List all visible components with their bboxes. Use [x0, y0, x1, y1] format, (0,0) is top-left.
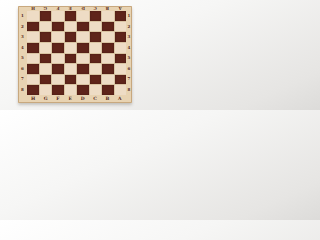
square-c8[interactable]: [90, 85, 102, 95]
square-f7[interactable]: [52, 75, 64, 85]
square-d6[interactable]: [77, 64, 89, 74]
square-d2[interactable]: [77, 22, 89, 32]
square-d7[interactable]: [77, 75, 89, 85]
square-h3[interactable]: [27, 32, 39, 42]
rank-labels-left: 12345678: [18, 11, 27, 95]
square-e5[interactable]: [65, 54, 77, 64]
square-c6[interactable]: [90, 64, 102, 74]
board-grid: [27, 11, 126, 95]
square-d4[interactable]: [77, 43, 89, 53]
rank-label: 2: [126, 22, 132, 33]
rank-label: 1: [18, 11, 27, 22]
square-b1[interactable]: [102, 11, 114, 21]
square-f2[interactable]: [52, 22, 64, 32]
square-g7[interactable]: [40, 75, 52, 85]
rank-label: 8: [126, 85, 132, 96]
square-a4[interactable]: [115, 43, 127, 53]
photo-background: { "game": "chess", "position": { "fen": …: [0, 0, 150, 110]
square-h4[interactable]: [27, 43, 39, 53]
file-label: A: [114, 95, 126, 103]
square-e6[interactable]: [65, 64, 77, 74]
square-b5[interactable]: [102, 54, 114, 64]
rank-label: 7: [126, 74, 132, 85]
square-d3[interactable]: [77, 32, 89, 42]
square-f6[interactable]: [52, 64, 64, 74]
square-c3[interactable]: [90, 32, 102, 42]
square-d8[interactable]: [77, 85, 89, 95]
square-b2[interactable]: [102, 22, 114, 32]
square-c7[interactable]: [90, 75, 102, 85]
file-label: B: [101, 95, 113, 103]
square-g5[interactable]: [40, 54, 52, 64]
square-d5[interactable]: [77, 54, 89, 64]
file-label: G: [39, 95, 51, 103]
square-g3[interactable]: [40, 32, 52, 42]
square-a5[interactable]: [115, 54, 127, 64]
square-b6[interactable]: [102, 64, 114, 74]
square-h8[interactable]: [27, 85, 39, 95]
square-e1[interactable]: [65, 11, 77, 21]
square-g8[interactable]: [40, 85, 52, 95]
square-c5[interactable]: [90, 54, 102, 64]
square-g1[interactable]: [40, 11, 52, 21]
square-e2[interactable]: [65, 22, 77, 32]
square-c4[interactable]: [90, 43, 102, 53]
square-a6[interactable]: [115, 64, 127, 74]
square-d1[interactable]: [77, 11, 89, 21]
file-label: F: [52, 95, 64, 103]
square-e3[interactable]: [65, 32, 77, 42]
square-g2[interactable]: [40, 22, 52, 32]
square-f4[interactable]: [52, 43, 64, 53]
file-label: C: [89, 95, 101, 103]
rank-label: 8: [18, 85, 27, 96]
square-a7[interactable]: [115, 75, 127, 85]
square-g6[interactable]: [40, 64, 52, 74]
rank-label: 4: [126, 43, 132, 54]
square-b8[interactable]: [102, 85, 114, 95]
rank-label: 3: [18, 32, 27, 43]
file-label: E: [64, 95, 76, 103]
chess-board: HGFEDCBA HGFEDCBA 12345678 12345678: [18, 6, 132, 103]
square-b4[interactable]: [102, 43, 114, 53]
square-a8[interactable]: [115, 85, 127, 95]
square-h5[interactable]: [27, 54, 39, 64]
rank-label: 5: [126, 53, 132, 64]
square-a3[interactable]: [115, 32, 127, 42]
square-h2[interactable]: [27, 22, 39, 32]
square-h6[interactable]: [27, 64, 39, 74]
square-e8[interactable]: [65, 85, 77, 95]
square-f8[interactable]: [52, 85, 64, 95]
square-a1[interactable]: [115, 11, 127, 21]
rank-label: 6: [18, 64, 27, 75]
square-g4[interactable]: [40, 43, 52, 53]
rank-label: 2: [18, 22, 27, 33]
file-labels-bottom: HGFEDCBA: [27, 95, 126, 103]
square-b3[interactable]: [102, 32, 114, 42]
square-f3[interactable]: [52, 32, 64, 42]
rank-label: 7: [18, 74, 27, 85]
square-a2[interactable]: [115, 22, 127, 32]
square-c2[interactable]: [90, 22, 102, 32]
file-label: H: [27, 95, 39, 103]
rank-label: 3: [126, 32, 132, 43]
square-b7[interactable]: [102, 75, 114, 85]
file-label: D: [77, 95, 89, 103]
square-c1[interactable]: [90, 11, 102, 21]
square-h7[interactable]: [27, 75, 39, 85]
rank-label: 4: [18, 43, 27, 54]
rank-label: 1: [126, 11, 132, 22]
square-e4[interactable]: [65, 43, 77, 53]
rank-labels-right: 12345678: [126, 11, 132, 95]
square-f1[interactable]: [52, 11, 64, 21]
square-f5[interactable]: [52, 54, 64, 64]
square-h1[interactable]: [27, 11, 39, 21]
rank-label: 5: [18, 53, 27, 64]
square-e7[interactable]: [65, 75, 77, 85]
rank-label: 6: [126, 64, 132, 75]
